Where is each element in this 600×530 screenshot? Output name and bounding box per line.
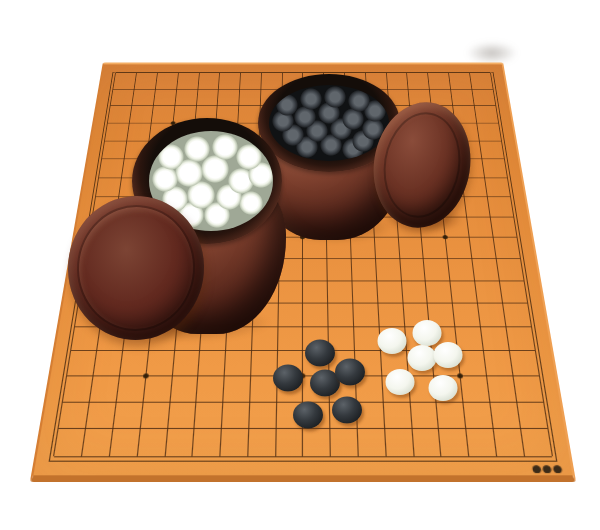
board-intersection (472, 168, 497, 187)
board-intersection (141, 98, 165, 115)
board-intersection (317, 442, 345, 470)
board-intersection (485, 270, 513, 292)
board-intersection (520, 339, 550, 364)
board-intersection (424, 415, 454, 442)
board-intersection (500, 207, 527, 227)
board-intersection (481, 81, 505, 97)
board-intersection (488, 292, 516, 315)
loose-stone-black (332, 397, 362, 424)
board-intersection (387, 248, 413, 270)
board-intersection (480, 227, 507, 248)
board-intersection (412, 270, 439, 292)
star-point (143, 373, 149, 378)
board-intersection (513, 292, 542, 315)
board-intersection (86, 168, 112, 187)
board-intersection (180, 415, 209, 442)
board-intersection (89, 150, 114, 168)
board-intersection (439, 292, 466, 315)
board-intersection (165, 81, 188, 97)
board-intersection (418, 81, 441, 97)
board-intersection (503, 227, 530, 248)
board-intersection (146, 65, 169, 81)
board-intersection (397, 415, 426, 442)
board-intersection (475, 389, 505, 415)
board-intersection (262, 415, 290, 442)
board-intersection (464, 292, 492, 315)
board-intersection (152, 415, 182, 442)
board-intersection (517, 315, 546, 339)
backdrop-smudge (466, 42, 518, 64)
board-intersection (497, 187, 523, 207)
board-intersection (158, 363, 186, 388)
board-intersection (505, 415, 536, 442)
board-intersection (74, 389, 104, 415)
board-intersection (289, 442, 317, 470)
loose-stone-black (335, 359, 365, 386)
board-intersection (237, 363, 264, 388)
board-intersection (451, 415, 481, 442)
board-intersection (491, 150, 516, 168)
board-intersection (495, 339, 524, 364)
board-intersection (506, 248, 534, 270)
board-intersection (186, 81, 209, 97)
board-intersection (291, 248, 315, 270)
board-intersection (291, 270, 316, 292)
board-intersection (101, 81, 125, 97)
board-intersection (52, 363, 82, 388)
board-intersection (98, 98, 122, 115)
board-intersection (459, 248, 486, 270)
board-intersection (122, 81, 145, 97)
go-set-photo: ●●● (0, 0, 600, 530)
board-intersection (344, 442, 373, 470)
board-intersection (472, 363, 501, 388)
board-intersection (532, 415, 564, 442)
board-intersection (38, 442, 70, 470)
board-intersection (210, 363, 238, 388)
board-intersection (131, 363, 160, 388)
loose-stone-black (293, 402, 323, 429)
board-intersection (501, 389, 531, 415)
board-intersection (315, 270, 340, 292)
board-intersection (207, 81, 229, 97)
board-intersection (467, 132, 492, 150)
board-intersection (121, 442, 152, 470)
board-intersection (426, 442, 456, 470)
board-intersection (47, 389, 78, 415)
board-intersection (144, 81, 167, 97)
board-intersection (454, 442, 485, 470)
board-intersection (205, 442, 234, 470)
board-intersection (469, 339, 498, 364)
board-intersection (182, 389, 211, 415)
loose-stone-black (305, 340, 335, 367)
board-intersection (462, 98, 486, 115)
board-intersection (469, 150, 494, 168)
board-intersection (437, 270, 464, 292)
board-intersection (477, 207, 503, 227)
board-intersection (484, 98, 508, 115)
board-intersection (388, 270, 414, 292)
board-intersection (399, 442, 429, 470)
loose-stone-black (273, 365, 303, 392)
board-intersection (461, 270, 488, 292)
board-intersection (261, 442, 289, 470)
loose-stone-white (429, 375, 458, 401)
board-intersection (209, 389, 237, 415)
board-intersection (479, 65, 502, 81)
board-intersection (524, 363, 554, 388)
board-intersection (466, 315, 494, 339)
board-intersection (177, 442, 207, 470)
board-intersection (120, 98, 144, 115)
board-intersection (458, 65, 481, 81)
board-intersection (411, 248, 437, 270)
board-intersection (478, 415, 509, 442)
board-intersection (510, 270, 538, 292)
board-intersection (460, 81, 483, 97)
board-intersection (414, 292, 441, 315)
board-intersection (233, 442, 262, 470)
board-intersection (482, 248, 509, 270)
loose-stone-white (408, 345, 437, 371)
board-intersection (494, 168, 520, 187)
board-intersection (364, 270, 390, 292)
board-intersection (228, 98, 250, 115)
board-intersection (435, 248, 461, 270)
loose-stone-white (386, 369, 415, 395)
board-intersection (437, 65, 460, 81)
board-intersection (339, 270, 364, 292)
board-intersection (486, 114, 511, 131)
board-intersection (316, 315, 342, 339)
board-intersection (94, 442, 125, 470)
board-intersection (207, 415, 236, 442)
board-intersection (92, 132, 117, 150)
board-intersection (104, 65, 127, 81)
star-point (457, 373, 463, 378)
black-stone-heap (269, 85, 389, 161)
board-intersection (97, 415, 128, 442)
loose-stone-white (434, 342, 463, 368)
board-intersection (43, 415, 75, 442)
board-intersection (465, 114, 489, 131)
maker-logo: ●●● (531, 463, 564, 474)
board-intersection (370, 415, 399, 442)
board-intersection (489, 132, 514, 150)
board-intersection (474, 187, 500, 207)
board-intersection (341, 315, 367, 339)
board-intersection (185, 98, 208, 115)
board-intersection (149, 442, 179, 470)
board-intersection (167, 65, 190, 81)
board-intersection (365, 292, 391, 315)
board-intersection (363, 248, 388, 270)
board-intersection (498, 363, 528, 388)
board-intersection (315, 292, 340, 315)
board-intersection (125, 65, 148, 81)
board-intersection (390, 292, 417, 315)
board-intersection (209, 65, 231, 81)
board-intersection (481, 442, 512, 470)
board-intersection (439, 81, 462, 97)
board-intersection (339, 248, 364, 270)
board-intersection (263, 389, 290, 415)
board-intersection (230, 65, 252, 81)
board-intersection (125, 415, 155, 442)
loose-stone-white (413, 320, 442, 346)
board-intersection (441, 315, 469, 339)
board-intersection (229, 81, 251, 97)
board-intersection (70, 415, 101, 442)
board-intersection (234, 415, 262, 442)
board-intersection (417, 65, 440, 81)
board-intersection (340, 292, 366, 315)
board-intersection (66, 442, 98, 470)
board-intersection (206, 98, 229, 115)
board-intersection (315, 248, 340, 270)
board-intersection (528, 389, 559, 415)
loose-stone-white (378, 328, 407, 354)
board-intersection (184, 363, 212, 388)
board-intersection (372, 442, 401, 470)
board-intersection (95, 114, 119, 131)
board-intersection (236, 389, 264, 415)
board-intersection (155, 389, 184, 415)
board-intersection (491, 315, 520, 339)
board-intersection (101, 389, 131, 415)
board-intersection (163, 98, 186, 115)
board-intersection (188, 65, 210, 81)
board-intersection (128, 389, 158, 415)
board-intersection (105, 363, 134, 388)
board-intersection (78, 363, 108, 388)
